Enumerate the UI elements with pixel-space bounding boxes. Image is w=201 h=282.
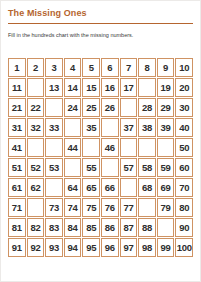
grid-cell-empty-r5c7[interactable]: [120, 138, 138, 157]
grid-cell-17: 17: [120, 78, 138, 97]
grid-cell-64: 64: [64, 178, 82, 197]
grid-cell-10: 10: [175, 58, 193, 77]
page-title: The Missing Ones: [8, 8, 193, 18]
grid-cell-30: 30: [175, 98, 193, 117]
grid-cell-100: 100: [175, 238, 193, 257]
grid-cell-71: 71: [8, 198, 26, 217]
grid-cell-empty-r8c2[interactable]: [27, 198, 45, 217]
grid-cell-11: 11: [8, 78, 26, 97]
grid-cell-19: 19: [157, 78, 175, 97]
grid-cell-37: 37: [120, 118, 138, 137]
grid-cell-61: 61: [8, 178, 26, 197]
grid-cell-41: 41: [8, 138, 26, 157]
grid-cell-68: 68: [138, 178, 156, 197]
grid-cell-60: 60: [175, 158, 193, 177]
grid-cell-81: 81: [8, 218, 26, 237]
grid-cell-empty-r6c4[interactable]: [64, 158, 82, 177]
grid-cell-88: 88: [138, 218, 156, 237]
grid-cell-20: 20: [175, 78, 193, 97]
grid-cell-95: 95: [82, 238, 100, 257]
grid-cell-39: 39: [157, 118, 175, 137]
grid-cell-57: 57: [120, 158, 138, 177]
grid-cell-69: 69: [157, 178, 175, 197]
grid-cell-91: 91: [8, 238, 26, 257]
grid-cell-66: 66: [101, 178, 119, 197]
grid-cell-empty-r5c5[interactable]: [82, 138, 100, 157]
grid-cell-3: 3: [45, 58, 63, 77]
grid-cell-59: 59: [157, 158, 175, 177]
grid-cell-empty-r5c8[interactable]: [138, 138, 156, 157]
grid-cell-44: 44: [64, 138, 82, 157]
grid-cell-26: 26: [101, 98, 119, 117]
grid-cell-65: 65: [82, 178, 100, 197]
grid-cell-4: 4: [64, 58, 82, 77]
grid-cell-empty-r5c3[interactable]: [45, 138, 63, 157]
grid-cell-33: 33: [45, 118, 63, 137]
grid-cell-6: 6: [101, 58, 119, 77]
grid-cell-52: 52: [27, 158, 45, 177]
grid-cell-16: 16: [101, 78, 119, 97]
grid-cell-24: 24: [64, 98, 82, 117]
grid-cell-74: 74: [64, 198, 82, 217]
grid-cell-58: 58: [138, 158, 156, 177]
grid-cell-83: 83: [45, 218, 63, 237]
grid-cell-32: 32: [27, 118, 45, 137]
grid-cell-38: 38: [138, 118, 156, 137]
grid-cell-empty-r9c9[interactable]: [157, 218, 175, 237]
grid-cell-35: 35: [82, 118, 100, 137]
instruction-text: Fill in the hundreds chart with the miss…: [8, 32, 193, 38]
grid-cell-empty-r7c7[interactable]: [120, 178, 138, 197]
grid-cell-77: 77: [120, 198, 138, 217]
grid-cell-62: 62: [27, 178, 45, 197]
grid-cell-79: 79: [157, 198, 175, 217]
grid-cell-15: 15: [82, 78, 100, 97]
grid-cell-empty-r8c8[interactable]: [138, 198, 156, 217]
grid-cell-21: 21: [8, 98, 26, 117]
grid-cell-75: 75: [82, 198, 100, 217]
grid-cell-84: 84: [64, 218, 82, 237]
grid-cell-97: 97: [120, 238, 138, 257]
grid-cell-9: 9: [157, 58, 175, 77]
grid-cell-93: 93: [45, 238, 63, 257]
grid-cell-70: 70: [175, 178, 193, 197]
grid-cell-25: 25: [82, 98, 100, 117]
grid-cell-empty-r2c8[interactable]: [138, 78, 156, 97]
grid-cell-92: 92: [27, 238, 45, 257]
grid-cell-87: 87: [120, 218, 138, 237]
grid-cell-40: 40: [175, 118, 193, 137]
grid-cell-2: 2: [27, 58, 45, 77]
grid-cell-99: 99: [157, 238, 175, 257]
grid-cell-empty-r4c4[interactable]: [64, 118, 82, 137]
worksheet-page: The Missing Ones Fill in the hundreds ch…: [0, 0, 201, 264]
title-divider: [8, 23, 193, 24]
grid-cell-8: 8: [138, 58, 156, 77]
grid-cell-1: 1: [8, 58, 26, 77]
grid-cell-empty-r6c6[interactable]: [101, 158, 119, 177]
grid-cell-94: 94: [64, 238, 82, 257]
grid-cell-31: 31: [8, 118, 26, 137]
grid-cell-82: 82: [27, 218, 45, 237]
grid-cell-empty-r3c7[interactable]: [120, 98, 138, 117]
grid-cell-51: 51: [8, 158, 26, 177]
grid-cell-7: 7: [120, 58, 138, 77]
grid-cell-22: 22: [27, 98, 45, 117]
grid-cell-46: 46: [101, 138, 119, 157]
grid-cell-empty-r7c3[interactable]: [45, 178, 63, 197]
grid-cell-96: 96: [101, 238, 119, 257]
grid-cell-empty-r4c6[interactable]: [101, 118, 119, 137]
grid-cell-85: 85: [82, 218, 100, 237]
grid-cell-28: 28: [138, 98, 156, 117]
hundreds-grid: 1234567891011131415161719202122242526282…: [8, 58, 193, 257]
grid-cell-98: 98: [138, 238, 156, 257]
grid-cell-80: 80: [175, 198, 193, 217]
grid-cell-53: 53: [45, 158, 63, 177]
grid-cell-90: 90: [175, 218, 193, 237]
grid-cell-86: 86: [101, 218, 119, 237]
grid-cell-50: 50: [175, 138, 193, 157]
grid-cell-empty-r5c9[interactable]: [157, 138, 175, 157]
grid-cell-73: 73: [45, 198, 63, 217]
grid-cell-empty-r3c3[interactable]: [45, 98, 63, 117]
grid-cell-76: 76: [101, 198, 119, 217]
grid-cell-29: 29: [157, 98, 175, 117]
grid-cell-5: 5: [82, 58, 100, 77]
grid-cell-14: 14: [64, 78, 82, 97]
grid-cell-13: 13: [45, 78, 63, 97]
grid-cell-empty-r2c2[interactable]: [27, 78, 45, 97]
grid-cell-55: 55: [82, 158, 100, 177]
grid-cell-empty-r5c2[interactable]: [27, 138, 45, 157]
